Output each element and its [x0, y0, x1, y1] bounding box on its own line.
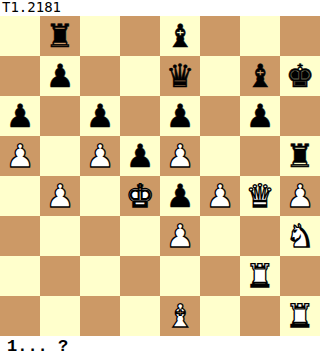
- puzzle-title: T1.2181: [2, 0, 61, 15]
- square-f8[interactable]: [200, 16, 240, 56]
- square-e1[interactable]: ♝: [160, 296, 200, 336]
- square-c2[interactable]: [80, 256, 120, 296]
- square-b7[interactable]: ♟: [40, 56, 80, 96]
- square-b3[interactable]: [40, 216, 80, 256]
- square-f4[interactable]: ♟: [200, 176, 240, 216]
- square-b2[interactable]: [40, 256, 80, 296]
- white-pawn: ♟: [86, 140, 115, 172]
- square-c4[interactable]: [80, 176, 120, 216]
- square-e8[interactable]: ♝: [160, 16, 200, 56]
- square-g7[interactable]: ♝: [240, 56, 280, 96]
- square-e3[interactable]: ♟: [160, 216, 200, 256]
- white-bishop: ♝: [166, 300, 195, 332]
- white-knight: ♞: [286, 220, 315, 252]
- square-g2[interactable]: ♜: [240, 256, 280, 296]
- black-king: ♚: [286, 60, 315, 92]
- black-queen: ♛: [166, 60, 195, 92]
- square-e6[interactable]: ♟: [160, 96, 200, 136]
- square-h4[interactable]: ♟: [280, 176, 320, 216]
- square-g1[interactable]: [240, 296, 280, 336]
- white-queen: ♛: [246, 180, 275, 212]
- square-a1[interactable]: [0, 296, 40, 336]
- square-c5[interactable]: ♟: [80, 136, 120, 176]
- square-a4[interactable]: [0, 176, 40, 216]
- square-f5[interactable]: [200, 136, 240, 176]
- square-h6[interactable]: [280, 96, 320, 136]
- square-a2[interactable]: [0, 256, 40, 296]
- square-f2[interactable]: [200, 256, 240, 296]
- square-c1[interactable]: [80, 296, 120, 336]
- square-d1[interactable]: [120, 296, 160, 336]
- square-g3[interactable]: [240, 216, 280, 256]
- square-f7[interactable]: [200, 56, 240, 96]
- square-e4[interactable]: ♟: [160, 176, 200, 216]
- square-a7[interactable]: [0, 56, 40, 96]
- square-b1[interactable]: [40, 296, 80, 336]
- square-c7[interactable]: [80, 56, 120, 96]
- square-h1[interactable]: ♜: [280, 296, 320, 336]
- square-c8[interactable]: [80, 16, 120, 56]
- square-h7[interactable]: ♚: [280, 56, 320, 96]
- square-d4[interactable]: ♚: [120, 176, 160, 216]
- square-g5[interactable]: [240, 136, 280, 176]
- square-b4[interactable]: ♟: [40, 176, 80, 216]
- square-a8[interactable]: [0, 16, 40, 56]
- white-rook: ♜: [286, 300, 315, 332]
- square-h5[interactable]: ♜: [280, 136, 320, 176]
- move-prompt: 1... ?: [7, 337, 68, 356]
- square-a6[interactable]: ♟: [0, 96, 40, 136]
- black-rook: ♜: [46, 20, 75, 52]
- square-f6[interactable]: [200, 96, 240, 136]
- black-pawn: ♟: [166, 100, 195, 132]
- black-bishop: ♝: [246, 60, 275, 92]
- square-e5[interactable]: ♟: [160, 136, 200, 176]
- square-b5[interactable]: [40, 136, 80, 176]
- white-pawn: ♟: [166, 220, 195, 252]
- black-bishop: ♝: [166, 20, 195, 52]
- white-king: ♚: [126, 180, 155, 212]
- square-d8[interactable]: [120, 16, 160, 56]
- square-h8[interactable]: [280, 16, 320, 56]
- square-d6[interactable]: [120, 96, 160, 136]
- square-a3[interactable]: [0, 216, 40, 256]
- square-d5[interactable]: ♟: [120, 136, 160, 176]
- square-h2[interactable]: [280, 256, 320, 296]
- square-d2[interactable]: [120, 256, 160, 296]
- black-rook: ♜: [286, 140, 315, 172]
- white-pawn: ♟: [46, 180, 75, 212]
- white-pawn: ♟: [6, 140, 35, 172]
- square-g8[interactable]: [240, 16, 280, 56]
- black-pawn: ♟: [86, 100, 115, 132]
- square-d3[interactable]: [120, 216, 160, 256]
- square-h3[interactable]: ♞: [280, 216, 320, 256]
- black-pawn: ♟: [246, 100, 275, 132]
- square-f3[interactable]: [200, 216, 240, 256]
- white-rook: ♜: [246, 260, 275, 292]
- square-f1[interactable]: [200, 296, 240, 336]
- square-d7[interactable]: [120, 56, 160, 96]
- square-a5[interactable]: ♟: [0, 136, 40, 176]
- square-g4[interactable]: ♛: [240, 176, 280, 216]
- square-b6[interactable]: [40, 96, 80, 136]
- chess-board: ♜♝♟♛♝♚♟♟♟♟♟♟♟♟♜♟♚♟♟♛♟♟♞♜♝♜: [0, 16, 320, 336]
- square-e2[interactable]: [160, 256, 200, 296]
- move-prompt-bar: 1... ?: [0, 336, 320, 360]
- square-c6[interactable]: ♟: [80, 96, 120, 136]
- white-pawn: ♟: [286, 180, 315, 212]
- square-b8[interactable]: ♜: [40, 16, 80, 56]
- square-c3[interactable]: [80, 216, 120, 256]
- title-bar: T1.2181: [0, 0, 320, 16]
- black-pawn: ♟: [6, 100, 35, 132]
- square-g6[interactable]: ♟: [240, 96, 280, 136]
- square-e7[interactable]: ♛: [160, 56, 200, 96]
- white-pawn: ♟: [206, 180, 235, 212]
- black-pawn: ♟: [126, 140, 155, 172]
- black-pawn: ♟: [46, 60, 75, 92]
- white-pawn: ♟: [166, 140, 195, 172]
- black-pawn: ♟: [166, 180, 195, 212]
